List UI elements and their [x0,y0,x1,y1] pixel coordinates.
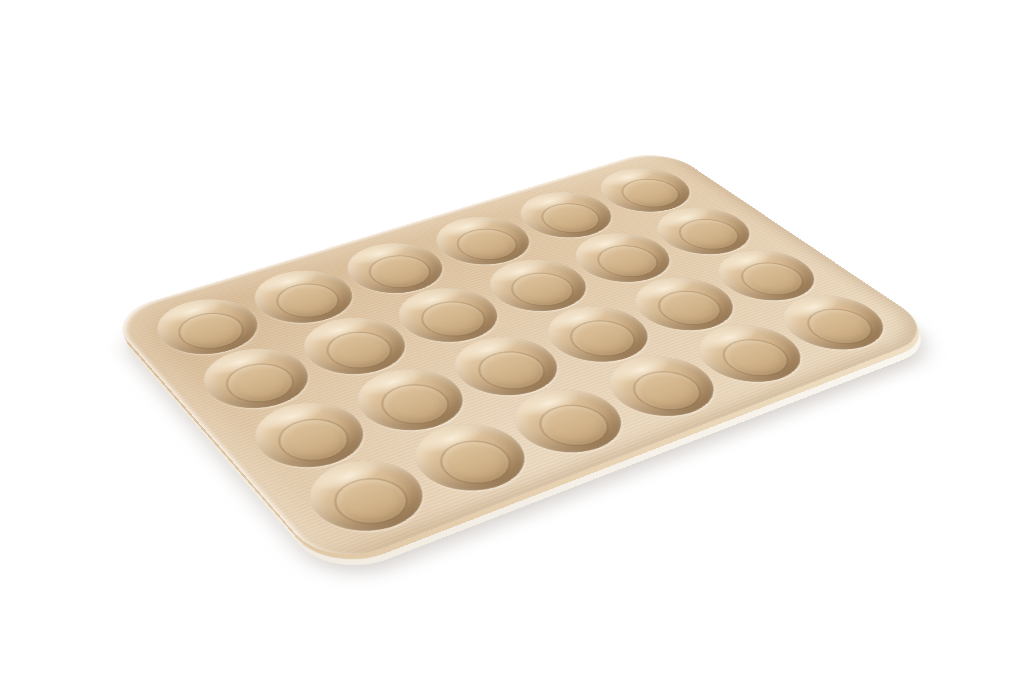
photo-background [0,0,1024,681]
